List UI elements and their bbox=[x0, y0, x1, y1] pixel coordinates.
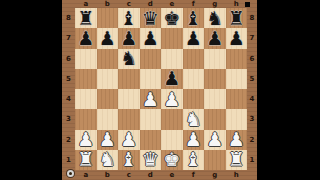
rank-label-right-6: 6 bbox=[247, 49, 257, 69]
square-a3[interactable] bbox=[75, 109, 97, 129]
square-f5[interactable] bbox=[183, 69, 205, 89]
square-h6[interactable] bbox=[226, 49, 248, 69]
square-a2[interactable]: ♟ bbox=[75, 130, 97, 150]
file-label-top-g: g bbox=[204, 0, 226, 8]
square-g8[interactable]: ♞ bbox=[204, 8, 226, 28]
square-e3[interactable] bbox=[161, 109, 183, 129]
square-c6[interactable]: ♞ bbox=[118, 49, 140, 69]
square-g4[interactable] bbox=[204, 89, 226, 109]
square-g2[interactable]: ♟ bbox=[204, 130, 226, 150]
file-label-bottom-a: a bbox=[75, 170, 97, 180]
square-d5[interactable] bbox=[140, 69, 162, 89]
rank-label-right-4: 4 bbox=[247, 89, 257, 109]
file-label-top-h: h bbox=[226, 0, 248, 8]
square-b1[interactable]: ♞ bbox=[97, 150, 119, 170]
rank-label-left-3: 3 bbox=[62, 109, 75, 129]
black-knight-c6[interactable]: ♞ bbox=[120, 49, 137, 68]
square-g7[interactable]: ♟ bbox=[204, 28, 226, 48]
square-d3[interactable] bbox=[140, 109, 162, 129]
square-a1[interactable]: ♜ bbox=[75, 150, 97, 170]
square-g5[interactable] bbox=[204, 69, 226, 89]
rank-label-left-2: 2 bbox=[62, 130, 75, 150]
file-label-bottom-f: f bbox=[183, 170, 205, 180]
white-queen-d1[interactable]: ♛ bbox=[142, 150, 159, 169]
square-a4[interactable] bbox=[75, 89, 97, 109]
square-d7[interactable]: ♟ bbox=[140, 28, 162, 48]
square-c7[interactable]: ♟ bbox=[118, 28, 140, 48]
file-label-bottom-e: e bbox=[161, 170, 183, 180]
square-d8[interactable]: ♛ bbox=[140, 8, 162, 28]
black-pawn-e5[interactable]: ♟ bbox=[163, 69, 180, 88]
square-g6[interactable] bbox=[204, 49, 226, 69]
square-b3[interactable] bbox=[97, 109, 119, 129]
square-f3[interactable]: ♞ bbox=[183, 109, 205, 129]
white-king-e1[interactable]: ♚ bbox=[163, 150, 180, 169]
square-d6[interactable] bbox=[140, 49, 162, 69]
black-bishop-f8[interactable]: ♝ bbox=[185, 9, 202, 28]
file-label-top-f: f bbox=[183, 0, 205, 8]
square-f7[interactable]: ♟ bbox=[183, 28, 205, 48]
square-d1[interactable]: ♛ bbox=[140, 150, 162, 170]
black-pawn-g7[interactable]: ♟ bbox=[206, 29, 223, 48]
file-label-bottom-b: b bbox=[97, 170, 119, 180]
square-h3[interactable] bbox=[226, 109, 248, 129]
black-queen-d8[interactable]: ♛ bbox=[142, 9, 159, 28]
black-pawn-c7[interactable]: ♟ bbox=[120, 29, 137, 48]
white-bishop-c1[interactable]: ♝ bbox=[120, 150, 137, 169]
white-rook-a1[interactable]: ♜ bbox=[77, 150, 94, 169]
white-pawn-b2[interactable]: ♟ bbox=[99, 130, 116, 149]
white-rook-h1[interactable]: ♜ bbox=[228, 150, 245, 169]
black-pawn-h7[interactable]: ♟ bbox=[228, 29, 245, 48]
square-f2[interactable]: ♟ bbox=[183, 130, 205, 150]
square-b5[interactable] bbox=[97, 69, 119, 89]
black-pawn-b7[interactable]: ♟ bbox=[99, 29, 116, 48]
rank-label-left-8: 8 bbox=[62, 8, 75, 28]
square-d4[interactable]: ♟ bbox=[140, 89, 162, 109]
white-bishop-f1[interactable]: ♝ bbox=[185, 150, 202, 169]
rank-label-left-6: 6 bbox=[62, 49, 75, 69]
square-h2[interactable]: ♟ bbox=[226, 130, 248, 150]
white-side-marker-icon bbox=[67, 170, 74, 177]
square-f1[interactable]: ♝ bbox=[183, 150, 205, 170]
square-b8[interactable] bbox=[97, 8, 119, 28]
rank-label-left-7: 7 bbox=[62, 28, 75, 48]
file-label-bottom-c: c bbox=[118, 170, 140, 180]
square-h1[interactable]: ♜ bbox=[226, 150, 248, 170]
white-pawn-g2[interactable]: ♟ bbox=[206, 130, 223, 149]
square-b4[interactable] bbox=[97, 89, 119, 109]
rank-label-right-7: 7 bbox=[247, 28, 257, 48]
file-label-top-b: b bbox=[97, 0, 119, 8]
screenshot-canvas: { "game": "chess", "position": { "fen": … bbox=[0, 0, 320, 180]
square-e7[interactable] bbox=[161, 28, 183, 48]
rank-label-right-8: 8 bbox=[247, 8, 257, 28]
white-pawn-a2[interactable]: ♟ bbox=[77, 130, 94, 149]
white-pawn-c2[interactable]: ♟ bbox=[120, 130, 137, 149]
white-pawn-h2[interactable]: ♟ bbox=[228, 130, 245, 149]
square-e5[interactable]: ♟ bbox=[161, 69, 183, 89]
square-a8[interactable]: ♜ bbox=[75, 8, 97, 28]
rank-label-right-3: 3 bbox=[247, 109, 257, 129]
file-label-top-c: c bbox=[118, 0, 140, 8]
square-b2[interactable]: ♟ bbox=[97, 130, 119, 150]
square-e2[interactable] bbox=[161, 130, 183, 150]
square-f4[interactable] bbox=[183, 89, 205, 109]
square-h5[interactable] bbox=[226, 69, 248, 89]
white-pawn-e4[interactable]: ♟ bbox=[163, 90, 180, 109]
square-c2[interactable]: ♟ bbox=[118, 130, 140, 150]
white-pawn-d4[interactable]: ♟ bbox=[142, 90, 159, 109]
square-e8[interactable]: ♚ bbox=[161, 8, 183, 28]
square-a5[interactable] bbox=[75, 69, 97, 89]
black-pawn-d7[interactable]: ♟ bbox=[142, 29, 159, 48]
board-grid: ♜♝♛♚♝♞♜♟♟♟♟♟♟♟♞♟♟♟♞♟♟♟♟♟♟♜♞♝♛♚♝♜ bbox=[75, 8, 247, 170]
square-c4[interactable] bbox=[118, 89, 140, 109]
rank-label-right-2: 2 bbox=[247, 130, 257, 150]
black-pawn-f7[interactable]: ♟ bbox=[185, 29, 202, 48]
black-rook-h8[interactable]: ♜ bbox=[228, 9, 245, 28]
rank-label-left-4: 4 bbox=[62, 89, 75, 109]
white-knight-b1[interactable]: ♞ bbox=[99, 150, 116, 169]
square-e6[interactable] bbox=[161, 49, 183, 69]
black-rook-a8[interactable]: ♜ bbox=[77, 9, 94, 28]
square-c3[interactable] bbox=[118, 109, 140, 129]
black-pawn-a7[interactable]: ♟ bbox=[77, 29, 94, 48]
square-f6[interactable] bbox=[183, 49, 205, 69]
square-a7[interactable]: ♟ bbox=[75, 28, 97, 48]
file-label-top-d: d bbox=[140, 0, 162, 8]
white-knight-f3[interactable]: ♞ bbox=[185, 110, 202, 129]
square-h8[interactable]: ♜ bbox=[226, 8, 248, 28]
black-knight-g8[interactable]: ♞ bbox=[206, 9, 223, 28]
file-label-bottom-g: g bbox=[204, 170, 226, 180]
file-label-top-e: e bbox=[161, 0, 183, 8]
square-c5[interactable] bbox=[118, 69, 140, 89]
square-a6[interactable] bbox=[75, 49, 97, 69]
black-bishop-c8[interactable]: ♝ bbox=[120, 9, 137, 28]
black-king-e8[interactable]: ♚ bbox=[163, 9, 180, 28]
square-e1[interactable]: ♚ bbox=[161, 150, 183, 170]
square-g1[interactable] bbox=[204, 150, 226, 170]
square-f8[interactable]: ♝ bbox=[183, 8, 205, 28]
square-c1[interactable]: ♝ bbox=[118, 150, 140, 170]
white-pawn-f2[interactable]: ♟ bbox=[185, 130, 202, 149]
rank-label-left-5: 5 bbox=[62, 69, 75, 89]
square-b7[interactable]: ♟ bbox=[97, 28, 119, 48]
rank-label-left-1: 1 bbox=[62, 150, 75, 170]
file-label-top-a: a bbox=[75, 0, 97, 8]
square-d2[interactable] bbox=[140, 130, 162, 150]
chess-board: ♜♝♛♚♝♞♜♟♟♟♟♟♟♟♞♟♟♟♞♟♟♟♟♟♟♜♞♝♛♚♝♜ aabbccd… bbox=[62, 0, 257, 180]
square-e4[interactable]: ♟ bbox=[161, 89, 183, 109]
square-h4[interactable] bbox=[226, 89, 248, 109]
square-b6[interactable] bbox=[97, 49, 119, 69]
rank-label-right-5: 5 bbox=[247, 69, 257, 89]
square-g3[interactable] bbox=[204, 109, 226, 129]
square-c8[interactable]: ♝ bbox=[118, 8, 140, 28]
rank-label-right-1: 1 bbox=[247, 150, 257, 170]
square-h7[interactable]: ♟ bbox=[226, 28, 248, 48]
file-label-bottom-d: d bbox=[140, 170, 162, 180]
file-label-bottom-h: h bbox=[226, 170, 248, 180]
